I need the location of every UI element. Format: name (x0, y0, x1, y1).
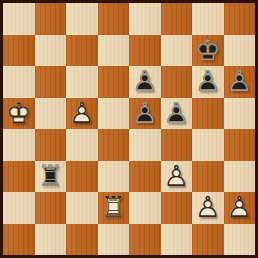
white-king-glyph-outline: ♔ (3, 98, 35, 130)
black-pawn-piece: ♟♙ (129, 98, 161, 130)
black-pawn-glyph-outline: ♙ (129, 66, 161, 98)
square-g6[interactable]: ♟♙ (192, 66, 224, 98)
black-pawn-glyph-fill: ♟ (129, 98, 161, 130)
square-g3[interactable] (192, 161, 224, 193)
square-h8[interactable] (224, 3, 256, 35)
square-g4[interactable] (192, 129, 224, 161)
square-f8[interactable] (161, 3, 193, 35)
square-e7[interactable] (129, 35, 161, 67)
white-pawn-glyph-fill: ♟ (66, 98, 98, 130)
black-pawn-glyph-fill: ♟ (161, 98, 193, 130)
black-rook-glyph-fill: ♜ (35, 161, 67, 193)
square-e4[interactable] (129, 129, 161, 161)
white-rook-glyph-fill: ♜ (98, 192, 130, 224)
square-e2[interactable] (129, 192, 161, 224)
black-pawn-piece: ♟♙ (192, 66, 224, 98)
white-pawn-glyph-outline: ♙ (161, 161, 193, 193)
square-h1[interactable] (224, 224, 256, 256)
black-king-glyph-outline: ♔ (192, 35, 224, 67)
square-d8[interactable] (98, 3, 130, 35)
square-d3[interactable] (98, 161, 130, 193)
black-pawn-glyph-fill: ♟ (129, 66, 161, 98)
square-d2[interactable]: ♜♖ (98, 192, 130, 224)
chess-board: ♚♔♟♙♟♙♟♙♚♔♟♙♟♙♟♙♜♖♟♙♜♖♟♙♟♙ (3, 3, 255, 255)
square-c6[interactable] (66, 66, 98, 98)
square-g8[interactable] (192, 3, 224, 35)
black-pawn-glyph-fill: ♟ (192, 66, 224, 98)
square-f7[interactable] (161, 35, 193, 67)
chess-board-frame: ♚♔♟♙♟♙♟♙♚♔♟♙♟♙♟♙♜♖♟♙♜♖♟♙♟♙ (0, 0, 258, 258)
square-f6[interactable] (161, 66, 193, 98)
square-c2[interactable] (66, 192, 98, 224)
square-b7[interactable] (35, 35, 67, 67)
square-d1[interactable] (98, 224, 130, 256)
square-f3[interactable]: ♟♙ (161, 161, 193, 193)
square-d6[interactable] (98, 66, 130, 98)
square-d5[interactable] (98, 98, 130, 130)
black-king-piece: ♚♔ (192, 35, 224, 67)
black-pawn-glyph-outline: ♙ (224, 66, 256, 98)
square-c8[interactable] (66, 3, 98, 35)
square-b6[interactable] (35, 66, 67, 98)
square-a3[interactable] (3, 161, 35, 193)
square-a4[interactable] (3, 129, 35, 161)
square-f4[interactable] (161, 129, 193, 161)
square-f1[interactable] (161, 224, 193, 256)
black-rook-piece: ♜♖ (35, 161, 67, 193)
square-h4[interactable] (224, 129, 256, 161)
square-c7[interactable] (66, 35, 98, 67)
square-e1[interactable] (129, 224, 161, 256)
square-b1[interactable] (35, 224, 67, 256)
square-a7[interactable] (3, 35, 35, 67)
square-g1[interactable] (192, 224, 224, 256)
square-d4[interactable] (98, 129, 130, 161)
white-pawn-piece: ♟♙ (192, 192, 224, 224)
square-a6[interactable] (3, 66, 35, 98)
square-b5[interactable] (35, 98, 67, 130)
white-rook-piece: ♜♖ (98, 192, 130, 224)
square-e6[interactable]: ♟♙ (129, 66, 161, 98)
black-pawn-glyph-outline: ♙ (161, 98, 193, 130)
square-g7[interactable]: ♚♔ (192, 35, 224, 67)
square-a8[interactable] (3, 3, 35, 35)
black-pawn-glyph-fill: ♟ (224, 66, 256, 98)
white-pawn-glyph-outline: ♙ (66, 98, 98, 130)
square-b3[interactable]: ♜♖ (35, 161, 67, 193)
white-pawn-piece: ♟♙ (224, 192, 256, 224)
white-pawn-glyph-fill: ♟ (192, 192, 224, 224)
square-h7[interactable] (224, 35, 256, 67)
square-f2[interactable] (161, 192, 193, 224)
black-pawn-piece: ♟♙ (224, 66, 256, 98)
white-rook-glyph-outline: ♖ (98, 192, 130, 224)
white-pawn-glyph-outline: ♙ (192, 192, 224, 224)
square-b2[interactable] (35, 192, 67, 224)
square-a1[interactable] (3, 224, 35, 256)
square-b4[interactable] (35, 129, 67, 161)
square-a5[interactable]: ♚♔ (3, 98, 35, 130)
square-b8[interactable] (35, 3, 67, 35)
white-pawn-piece: ♟♙ (66, 98, 98, 130)
white-king-glyph-fill: ♚ (3, 98, 35, 130)
white-pawn-glyph-outline: ♙ (224, 192, 256, 224)
white-pawn-glyph-fill: ♟ (224, 192, 256, 224)
square-d7[interactable] (98, 35, 130, 67)
square-e3[interactable] (129, 161, 161, 193)
square-h3[interactable] (224, 161, 256, 193)
black-king-glyph-fill: ♚ (192, 35, 224, 67)
square-c1[interactable] (66, 224, 98, 256)
white-pawn-glyph-fill: ♟ (161, 161, 193, 193)
square-c3[interactable] (66, 161, 98, 193)
black-rook-glyph-outline: ♖ (35, 161, 67, 193)
square-c5[interactable]: ♟♙ (66, 98, 98, 130)
black-pawn-piece: ♟♙ (129, 66, 161, 98)
square-c4[interactable] (66, 129, 98, 161)
square-g5[interactable] (192, 98, 224, 130)
square-h5[interactable] (224, 98, 256, 130)
black-pawn-piece: ♟♙ (161, 98, 193, 130)
black-pawn-glyph-outline: ♙ (129, 98, 161, 130)
square-f5[interactable]: ♟♙ (161, 98, 193, 130)
black-pawn-glyph-outline: ♙ (192, 66, 224, 98)
square-h2[interactable]: ♟♙ (224, 192, 256, 224)
square-e8[interactable] (129, 3, 161, 35)
white-pawn-piece: ♟♙ (161, 161, 193, 193)
white-king-piece: ♚♔ (3, 98, 35, 130)
square-h6[interactable]: ♟♙ (224, 66, 256, 98)
square-g2[interactable]: ♟♙ (192, 192, 224, 224)
square-a2[interactable] (3, 192, 35, 224)
square-e5[interactable]: ♟♙ (129, 98, 161, 130)
